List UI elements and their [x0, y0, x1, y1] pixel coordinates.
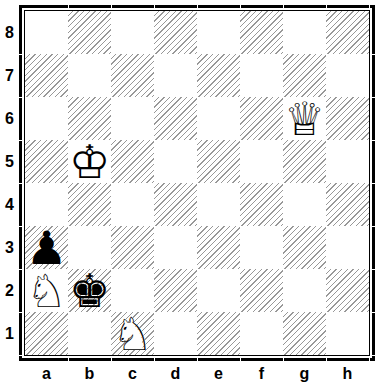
- square-c2: [111, 269, 154, 312]
- square-a6: [25, 97, 68, 140]
- square-g5: [283, 140, 326, 183]
- square-h8: [326, 11, 369, 54]
- chess-board: ♛♕♚♔♟♞♘♚♞♘: [25, 11, 369, 355]
- square-b5: ♚♔: [68, 140, 111, 183]
- piece-white-knight: ♞♘: [26, 268, 67, 314]
- file-label-h: h: [326, 362, 369, 386]
- rank-label-2: 2: [0, 269, 19, 312]
- rank-label-8: 8: [0, 11, 19, 54]
- black-king-glyph: ♚: [69, 264, 110, 318]
- square-f1: [240, 312, 283, 355]
- square-b1: [68, 312, 111, 355]
- frame-edge-left: [19, 5, 22, 361]
- square-b4: [68, 183, 111, 226]
- square-g7: [283, 54, 326, 97]
- square-f5: [240, 140, 283, 183]
- white-queen-glyph: ♕: [284, 92, 325, 146]
- square-h1: [326, 312, 369, 355]
- frame-edge-bottom: [19, 358, 375, 361]
- rank-label-3: 3: [0, 226, 19, 269]
- square-h2: [326, 269, 369, 312]
- square-e6: [197, 97, 240, 140]
- square-g8: [283, 11, 326, 54]
- square-c5: [111, 140, 154, 183]
- square-e1: [197, 312, 240, 355]
- square-a1: [25, 312, 68, 355]
- square-h6: [326, 97, 369, 140]
- piece-black-king: ♚: [69, 268, 110, 314]
- square-c8: [111, 11, 154, 54]
- frame-edge-top: [19, 5, 375, 8]
- square-b3: [68, 226, 111, 269]
- square-f7: [240, 54, 283, 97]
- piece-white-queen: ♛♕: [284, 96, 325, 142]
- square-f8: [240, 11, 283, 54]
- square-c4: [111, 183, 154, 226]
- square-b7: [68, 54, 111, 97]
- file-label-b: b: [68, 362, 111, 386]
- chess-diagram: 87654321 ♛♕♚♔♟♞♘♚♞♘ abcdefgh: [0, 0, 383, 388]
- square-b6: [68, 97, 111, 140]
- square-d7: [154, 54, 197, 97]
- square-a3: ♟: [25, 226, 68, 269]
- square-a4: [25, 183, 68, 226]
- file-label-g: g: [283, 362, 326, 386]
- white-king-glyph: ♔: [69, 135, 110, 189]
- square-d2: [154, 269, 197, 312]
- square-a8: [25, 11, 68, 54]
- piece-white-king: ♚♔: [69, 139, 110, 185]
- square-g6: ♛♕: [283, 97, 326, 140]
- square-c6: [111, 97, 154, 140]
- square-d3: [154, 226, 197, 269]
- file-labels: abcdefgh: [25, 362, 369, 386]
- square-e2: [197, 269, 240, 312]
- square-d5: [154, 140, 197, 183]
- rank-label-7: 7: [0, 54, 19, 97]
- square-d8: [154, 11, 197, 54]
- square-a7: [25, 54, 68, 97]
- square-e7: [197, 54, 240, 97]
- square-g3: [283, 226, 326, 269]
- square-h4: [326, 183, 369, 226]
- piece-white-knight: ♞♘: [112, 311, 153, 357]
- square-c1: ♞♘: [111, 312, 154, 355]
- white-knight-glyph: ♘: [26, 264, 67, 318]
- square-f4: [240, 183, 283, 226]
- rank-label-5: 5: [0, 140, 19, 183]
- file-label-e: e: [197, 362, 240, 386]
- square-g1: [283, 312, 326, 355]
- square-f3: [240, 226, 283, 269]
- square-f2: [240, 269, 283, 312]
- square-d1: [154, 312, 197, 355]
- square-e5: [197, 140, 240, 183]
- board-inner-border: ♛♕♚♔♟♞♘♚♞♘: [24, 10, 370, 356]
- rank-label-4: 4: [0, 183, 19, 226]
- board-frame: ♛♕♚♔♟♞♘♚♞♘: [19, 5, 375, 361]
- square-a5: [25, 140, 68, 183]
- rank-labels: 87654321: [0, 11, 19, 355]
- square-c3: [111, 226, 154, 269]
- square-h3: [326, 226, 369, 269]
- square-h5: [326, 140, 369, 183]
- square-g2: [283, 269, 326, 312]
- file-label-d: d: [154, 362, 197, 386]
- rank-label-1: 1: [0, 312, 19, 355]
- rank-label-6: 6: [0, 97, 19, 140]
- square-e8: [197, 11, 240, 54]
- frame-edge-right: [372, 5, 375, 361]
- white-knight-glyph: ♘: [112, 307, 153, 361]
- square-b2: ♚: [68, 269, 111, 312]
- square-h7: [326, 54, 369, 97]
- square-g4: [283, 183, 326, 226]
- file-label-f: f: [240, 362, 283, 386]
- square-e4: [197, 183, 240, 226]
- square-f6: [240, 97, 283, 140]
- square-a2: ♞♘: [25, 269, 68, 312]
- square-d4: [154, 183, 197, 226]
- square-d6: [154, 97, 197, 140]
- square-b8: [68, 11, 111, 54]
- square-c7: [111, 54, 154, 97]
- file-label-c: c: [111, 362, 154, 386]
- square-e3: [197, 226, 240, 269]
- file-label-a: a: [25, 362, 68, 386]
